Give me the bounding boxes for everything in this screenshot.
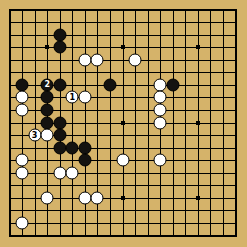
black-stone [41,103,54,116]
black-stone [53,141,66,154]
white-stone [16,91,29,104]
white-stone [78,191,91,204]
white-stone [53,166,66,179]
white-stone [116,154,129,167]
white-stone [154,78,167,91]
white-stone [78,91,91,104]
white-stone [78,53,91,66]
white-stone [154,91,167,104]
star-point [121,196,125,200]
white-stone [16,154,29,167]
white-stone [16,217,29,230]
white-stone-numbered: 3 [28,129,41,142]
star-point [196,121,200,125]
go-board[interactable]: 213 [0,0,247,247]
black-stone [78,154,91,167]
white-stone [41,191,54,204]
star-point [196,45,200,49]
black-stone [53,78,66,91]
white-stone [91,53,104,66]
white-stone [154,154,167,167]
white-stone [66,166,79,179]
black-stone [53,129,66,142]
white-stone [41,129,54,142]
white-stone [129,53,142,66]
go-diagram: { "game": "go", "board": { "size": 19, "… [0,0,247,247]
star-point [196,196,200,200]
white-stone [154,116,167,129]
white-stone-numbered: 1 [66,91,79,104]
black-stone [41,91,54,104]
black-stone [103,78,116,91]
star-point [45,45,49,49]
white-stone [16,103,29,116]
black-stone [78,141,91,154]
black-stone [16,78,29,91]
star-point [121,121,125,125]
black-stone [66,141,79,154]
black-stone-numbered: 2 [41,78,54,91]
black-stone [53,28,66,41]
black-stone [53,116,66,129]
white-stone [154,103,167,116]
star-point [121,45,125,49]
black-stone [53,41,66,54]
white-stone [16,166,29,179]
white-stone [91,191,104,204]
black-stone [41,116,54,129]
black-stone [166,78,179,91]
